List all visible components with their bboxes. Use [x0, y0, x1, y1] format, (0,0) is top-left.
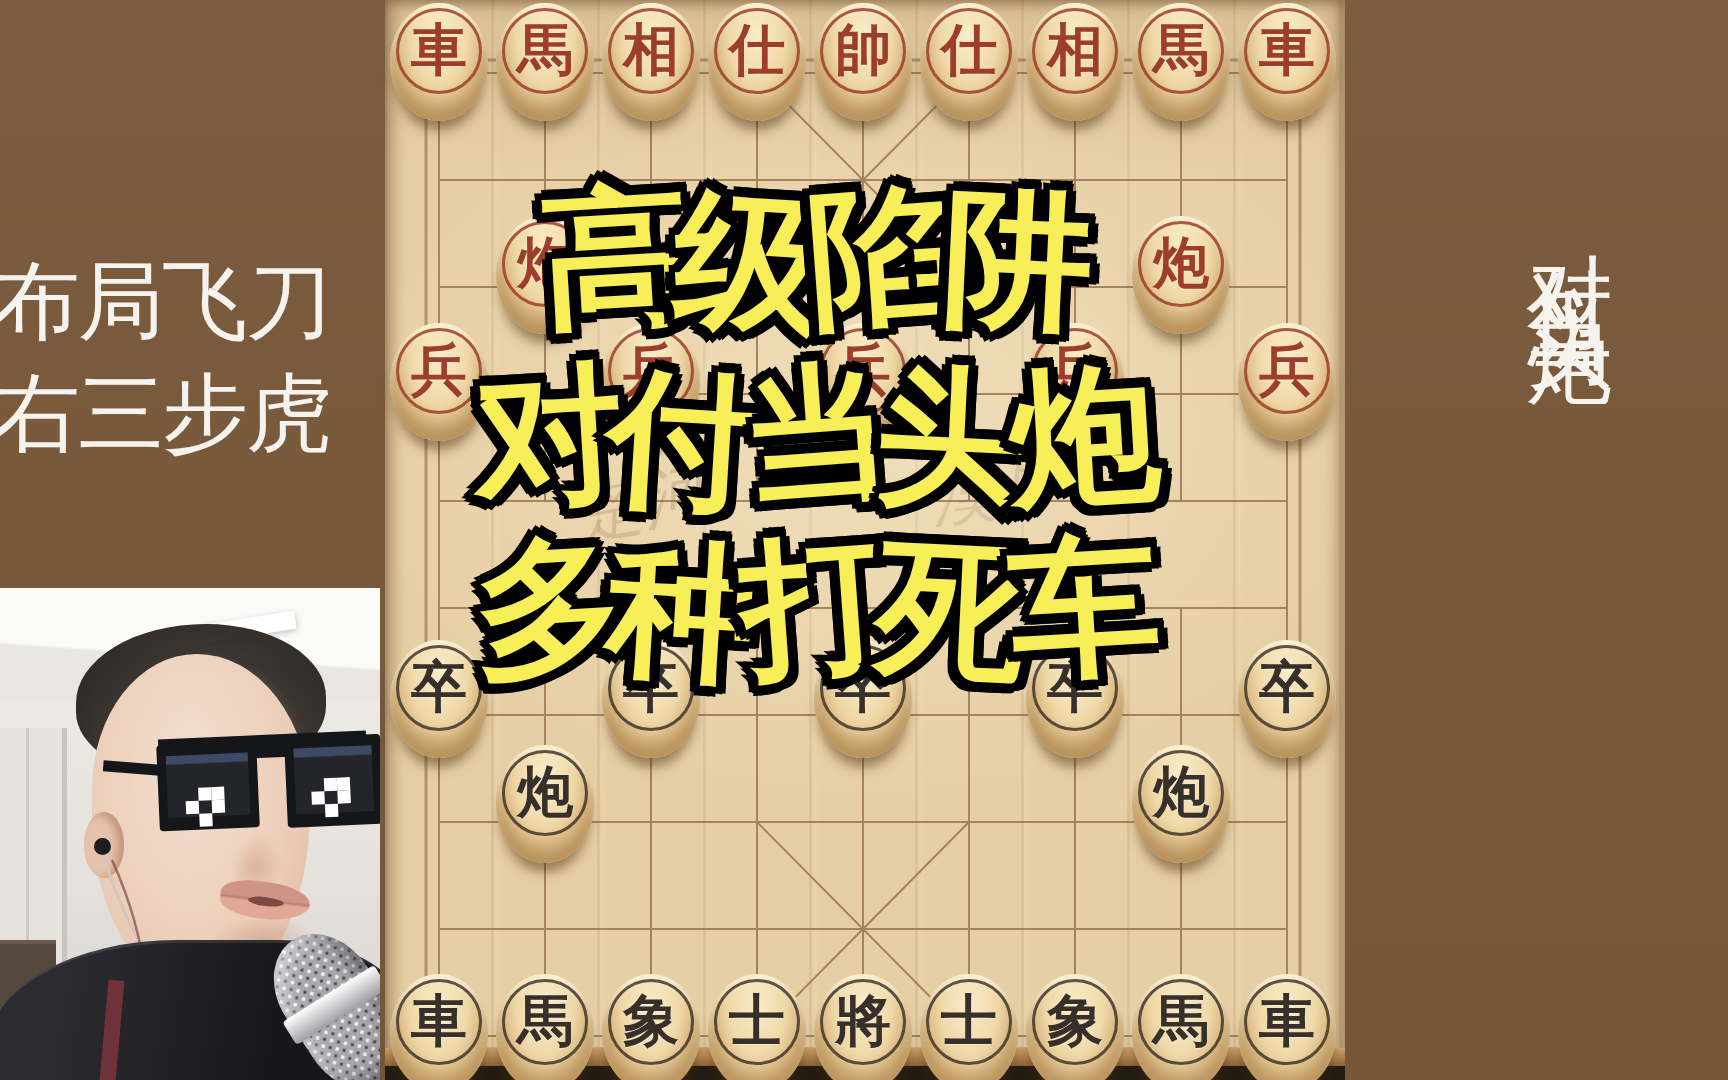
- piece-black-chariot[interactable]: 車: [1238, 974, 1336, 1080]
- left-caption: 布局飞刀 右三步虎: [0, 246, 330, 470]
- piece-face: 相: [1032, 8, 1118, 94]
- piece-black-elephant[interactable]: 象: [1026, 974, 1124, 1080]
- piece-black-cannon[interactable]: 炮: [496, 745, 594, 863]
- piece-face: 象: [1032, 979, 1118, 1065]
- sunglasses-right-lens: [284, 734, 380, 828]
- overlay-title-line-3: 多种打死车: [480, 510, 1150, 712]
- piece-black-general[interactable]: 將: [814, 974, 912, 1080]
- piece-black-chariot[interactable]: 車: [390, 974, 488, 1080]
- piece-face: 車: [396, 979, 482, 1065]
- piece-black-elephant[interactable]: 象: [602, 974, 700, 1080]
- piece-red-chariot[interactable]: 車: [390, 3, 488, 121]
- piece-red-advisor[interactable]: 仕: [920, 3, 1018, 121]
- piece-black-horse[interactable]: 馬: [1132, 974, 1230, 1080]
- piece-face: 將: [820, 979, 906, 1065]
- piece-face: 卒: [396, 645, 482, 731]
- piece-face: 帥: [820, 8, 906, 94]
- piece-red-chariot[interactable]: 車: [1238, 3, 1336, 121]
- piece-red-horse[interactable]: 馬: [496, 3, 594, 121]
- piece-black-soldier[interactable]: 卒: [390, 640, 488, 758]
- piece-face: 卒: [1244, 645, 1330, 731]
- piece-face: 馬: [502, 979, 588, 1065]
- piece-face: 車: [396, 8, 482, 94]
- piece-face: 仕: [714, 8, 800, 94]
- piece-face: 馬: [1138, 979, 1224, 1065]
- piece-face: 炮: [1138, 750, 1224, 836]
- piece-face: 車: [1244, 8, 1330, 94]
- piece-black-soldier[interactable]: 卒: [1238, 640, 1336, 758]
- piece-face: 仕: [926, 8, 1012, 94]
- piece-face: 士: [926, 979, 1012, 1065]
- piece-face: 士: [714, 979, 800, 1065]
- piece-red-cannon[interactable]: 炮: [1132, 216, 1230, 334]
- piece-face: 馬: [502, 8, 588, 94]
- piece-red-elephant[interactable]: 相: [602, 3, 700, 121]
- right-panel: [1345, 0, 1728, 1080]
- piece-face: 車: [1244, 979, 1330, 1065]
- piece-black-advisor[interactable]: 士: [920, 974, 1018, 1080]
- pixel-sunglasses: [106, 730, 370, 839]
- piece-black-advisor[interactable]: 士: [708, 974, 806, 1080]
- sunglasses-left-lens: [156, 741, 260, 831]
- piece-face: 炮: [502, 750, 588, 836]
- webcam-overlay: [0, 588, 380, 1080]
- piece-red-elephant[interactable]: 相: [1026, 3, 1124, 121]
- piece-face: 炮: [1138, 221, 1224, 307]
- video-frame: 楚河 漢界 車馬相仕帥仕相馬車炮炮兵兵兵兵兵卒卒卒卒卒炮炮車馬象士將士象馬車 高…: [0, 0, 1728, 1080]
- piece-black-cannon[interactable]: 炮: [1132, 745, 1230, 863]
- left-caption-line-2: 右三步虎: [0, 358, 330, 470]
- overlay-title-line-1: 高级陷阱: [547, 160, 1083, 362]
- piece-red-soldier[interactable]: 兵: [1238, 323, 1336, 441]
- piece-face: 兵: [1244, 328, 1330, 414]
- piece-red-advisor[interactable]: 仕: [708, 3, 806, 121]
- piece-face: 相: [608, 8, 694, 94]
- piece-face: 象: [608, 979, 694, 1065]
- piece-red-horse[interactable]: 馬: [1132, 3, 1230, 121]
- piece-red-general[interactable]: 帥: [814, 3, 912, 121]
- right-caption-vertical: 对付当头炮: [1512, 184, 1629, 274]
- piece-black-horse[interactable]: 馬: [496, 974, 594, 1080]
- piece-face: 馬: [1138, 8, 1224, 94]
- left-caption-line-1: 布局飞刀: [0, 246, 330, 358]
